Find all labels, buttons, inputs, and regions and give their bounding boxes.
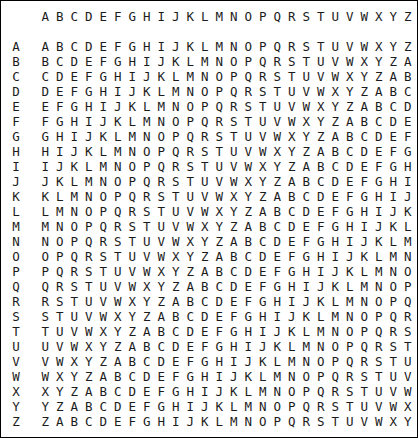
letter-cell: G [256,294,271,309]
letter-cell: H [53,129,68,144]
letter-cell: D [401,99,416,114]
letter-cell: M [386,249,401,264]
letter-cell: H [241,324,256,339]
letter-cell: O [256,414,271,429]
header-cell: M [212,9,227,24]
letter-cell: D [212,294,227,309]
letter-cell: V [96,294,111,309]
letter-cell: P [198,99,213,114]
letter-cell: X [386,414,401,429]
letter-cell: B [82,399,97,414]
letter-cell: U [285,84,300,99]
letter-cell: A [198,264,213,279]
header-cell: H [140,9,155,24]
letter-cell: V [53,339,68,354]
letter-cell: Z [285,159,300,174]
letter-cell: K [328,279,343,294]
letter-cell: W [386,399,401,414]
letter-cell: V [299,84,314,99]
letter-cell: V [401,369,416,384]
letter-cell: R [53,279,68,294]
letter-cell: N [125,144,140,159]
letter-cell: E [328,189,343,204]
letter-cell: S [241,99,256,114]
letter-cell: I [125,69,140,84]
letter-cell: I [343,234,358,249]
letter-cell: A [96,369,111,384]
letter-cell: Q [212,99,227,114]
letter-cell: O [212,69,227,84]
letter-cell: G [314,234,329,249]
letter-cell: J [372,219,387,234]
letter-cell: O [38,249,53,264]
header-cell: R [285,9,300,24]
letter-cell: R [82,249,97,264]
letter-cell: D [198,309,213,324]
letter-cell: R [241,84,256,99]
letter-cell: N [357,294,372,309]
letter-cell: U [67,309,82,324]
letter-cell: U [53,324,68,339]
letter-cell: A [125,339,140,354]
letter-cell: R [212,114,227,129]
row-label: K [8,189,24,204]
letter-cell: Q [372,324,387,339]
letter-cell: Z [256,189,271,204]
letter-cell: A [53,414,68,429]
letter-cell: R [299,414,314,429]
letter-cell: P [38,264,53,279]
letter-cell: Y [256,174,271,189]
letter-cell: E [357,159,372,174]
letter-cell: S [53,294,68,309]
letter-cell: T [53,309,68,324]
letter-cell: Q [96,219,111,234]
letter-cell: N [343,309,358,324]
letter-cell: Q [125,189,140,204]
letter-cell: C [328,159,343,174]
row-label: M [8,219,24,234]
letter-cell: G [227,324,242,339]
letter-cell: H [343,219,358,234]
letter-cell: P [372,309,387,324]
letter-cell: A [241,219,256,234]
letter-cell: D [169,339,184,354]
header-cell: Q [270,9,285,24]
letter-cell: A [372,84,387,99]
letter-cell: K [299,309,314,324]
letter-cell: R [198,129,213,144]
letter-cell: N [256,399,271,414]
letter-cell: P [270,414,285,429]
header-cell: B [53,9,68,24]
letter-cell: F [270,264,285,279]
letter-cell: D [53,69,68,84]
header-cell: K [183,9,198,24]
grid-row-B: BBCDEFGHIJKLMNOPQRSTUVWXYZA [8,54,417,69]
letter-cell: X [125,294,140,309]
letter-cell: Q [357,339,372,354]
letter-cell: D [270,234,285,249]
letter-cell: X [285,129,300,144]
letter-cell: V [227,159,242,174]
letter-cell: X [53,369,68,384]
letter-cell: J [270,324,285,339]
letter-cell: T [314,39,329,54]
row-label: L [8,204,24,219]
letter-cell: E [67,69,82,84]
letter-cell: T [386,354,401,369]
letter-cell: I [299,279,314,294]
letter-cell: W [241,159,256,174]
letter-cell: P [357,324,372,339]
letter-cell: Y [372,54,387,69]
letter-cell: I [53,144,68,159]
letter-cell: X [38,384,53,399]
letter-cell: G [183,369,198,384]
letter-cell: S [169,174,184,189]
letter-cell: T [401,339,416,354]
letter-cell: V [38,354,53,369]
letter-cell: D [154,354,169,369]
letter-cell: I [357,219,372,234]
letter-cell: S [285,54,300,69]
letter-cell: Q [270,39,285,54]
header-cell: O [241,9,256,24]
header-cell: A [38,9,53,24]
letter-cell: C [285,204,300,219]
letter-cell: E [38,99,53,114]
letter-cell: V [67,324,82,339]
letter-cell: R [328,384,343,399]
letter-cell: M [241,399,256,414]
letter-cell: N [372,279,387,294]
letter-cell: J [328,264,343,279]
letter-cell: A [386,69,401,84]
letter-cell: R [401,309,416,324]
letter-cell: J [285,309,300,324]
letter-cell: B [125,354,140,369]
letter-cell: F [125,414,140,429]
letter-cell: N [111,159,126,174]
grid-row-E: EEFGHIJKLMNOPQRSTUVWXYZABCD [8,99,417,114]
letter-cell: Q [343,354,358,369]
letter-cell: N [241,414,256,429]
letter-cell: O [285,384,300,399]
tabula-recta-grid: AABCDEFGHIJKLMNOPQRSTUVWXYZ AABCDEFGHIJK… [0,0,418,438]
letter-cell: Z [183,264,198,279]
letter-cell: J [67,144,82,159]
letter-cell: C [67,39,82,54]
letter-cell: W [67,339,82,354]
letter-cell: E [314,204,329,219]
letter-cell: W [183,219,198,234]
letter-cell: G [357,189,372,204]
letter-cell: V [343,39,358,54]
grid-row-R: RRSTUVWXYZABCDEFGHIJKLMNOPQ [8,294,417,309]
letter-cell: N [401,249,416,264]
letter-cell: K [82,144,97,159]
letter-cell: Y [285,144,300,159]
letter-cell: D [256,249,271,264]
letter-cell: N [154,114,169,129]
letter-cell: X [140,279,155,294]
letter-cell: T [372,369,387,384]
letter-cell: R [386,324,401,339]
letter-cell: A [357,99,372,114]
letter-cell: W [82,324,97,339]
letter-cell: P [183,114,198,129]
letter-cell: K [241,369,256,384]
letter-cell: G [96,69,111,84]
letter-cell: V [198,189,213,204]
letter-cell: S [386,339,401,354]
letter-cell: H [96,84,111,99]
letter-cell: Q [285,414,300,429]
letter-cell: Q [169,144,184,159]
letter-cell: V [328,54,343,69]
letter-cell: P [53,249,68,264]
letter-cell: L [67,174,82,189]
letter-cell: G [169,384,184,399]
letter-cell: Y [328,99,343,114]
letter-cell: U [256,114,271,129]
letter-cell: E [256,264,271,279]
letter-cell: W [357,39,372,54]
letter-cell: O [183,99,198,114]
letter-cell: W [154,249,169,264]
row-label: S [8,309,24,324]
letter-cell: P [314,369,329,384]
letter-cell: W [227,174,242,189]
letter-cell: G [285,264,300,279]
grid-row-F: FFGHIJKLMNOPQRSTUVWXYZABCDE [8,114,417,129]
letter-cell: G [82,84,97,99]
letter-cell: N [314,339,329,354]
letter-cell: M [154,99,169,114]
letter-cell: U [328,39,343,54]
letter-cell: T [169,189,184,204]
letter-cell: L [299,324,314,339]
letter-cell: O [314,354,329,369]
letter-cell: C [357,129,372,144]
letter-cell: W [96,309,111,324]
letter-cell: Q [299,399,314,414]
letter-cell: Z [82,369,97,384]
letter-cell: F [241,294,256,309]
letter-cell: D [285,219,300,234]
letter-cell: O [53,234,68,249]
row-label: C [8,69,24,84]
letter-cell: L [285,339,300,354]
letter-cell: L [328,294,343,309]
letter-cell: M [343,294,358,309]
letter-cell: X [111,309,126,324]
grid-body: AABCDEFGHIJKLMNOPQRSTUVWXYZBBCDEFGHIJKLM… [8,39,417,429]
letter-cell: J [357,234,372,249]
letter-cell: Q [82,234,97,249]
letter-cell: A [212,249,227,264]
letter-cell: F [169,369,184,384]
letter-cell: Y [357,69,372,84]
letter-cell: M [357,279,372,294]
letter-cell: S [299,39,314,54]
letter-cell: R [183,144,198,159]
letter-cell: J [38,174,53,189]
letter-cell: I [314,264,329,279]
letter-cell: Y [386,39,401,54]
letter-cell: Q [140,174,155,189]
letter-cell: U [198,174,213,189]
letter-cell: Z [53,399,68,414]
letter-cell: P [111,189,126,204]
letter-cell: K [212,399,227,414]
letter-cell: Y [111,324,126,339]
letter-cell: C [169,324,184,339]
letter-cell: S [314,414,329,429]
letter-cell: Z [241,204,256,219]
letter-cell: X [198,219,213,234]
letter-cell: U [241,129,256,144]
letter-cell: E [227,294,242,309]
letter-cell: N [299,354,314,369]
letter-cell: U [343,414,358,429]
letter-cell: S [372,354,387,369]
letter-cell: M [53,204,68,219]
letter-cell: K [53,174,68,189]
letter-cell: U [169,204,184,219]
letter-cell: N [227,39,242,54]
letter-cell: Z [401,39,416,54]
letter-cell: H [140,39,155,54]
letter-cell: I [285,294,300,309]
letter-cell: C [314,174,329,189]
row-label: I [8,159,24,174]
row-label: R [8,294,24,309]
letter-cell: S [154,189,169,204]
letter-cell: Q [328,369,343,384]
letter-cell: E [198,324,213,339]
letter-cell: K [198,414,213,429]
letter-cell: I [241,339,256,354]
row-label: B [8,54,24,69]
letter-cell: M [328,309,343,324]
letter-cell: K [357,249,372,264]
letter-cell: V [140,249,155,264]
letter-cell: F [401,129,416,144]
letter-cell: F [256,279,271,294]
letter-cell: Q [154,159,169,174]
letter-cell: Y [270,159,285,174]
letter-cell: M [285,354,300,369]
letter-cell: X [67,354,82,369]
letter-cell: F [314,219,329,234]
letter-cell: I [169,414,184,429]
letter-cell: P [299,384,314,399]
letter-cell: Y [314,114,329,129]
letter-cell: S [328,399,343,414]
letter-cell: F [212,324,227,339]
letter-cell: C [343,144,358,159]
letter-cell: E [270,249,285,264]
letter-cell: O [227,54,242,69]
letter-cell: E [111,414,126,429]
letter-cell: R [270,54,285,69]
letter-cell: S [140,204,155,219]
letter-cell: Z [212,234,227,249]
letter-cell: K [38,189,53,204]
letter-cell: H [212,354,227,369]
letter-cell: U [154,219,169,234]
letter-cell: F [328,204,343,219]
letter-cell: M [38,219,53,234]
letter-cell: A [285,174,300,189]
letter-cell: L [227,399,242,414]
letter-cell: B [67,414,82,429]
letter-cell: A [154,309,169,324]
letter-cell: I [82,114,97,129]
header-cell: Z [401,9,416,24]
letter-cell: L [111,129,126,144]
row-label: Y [8,399,24,414]
letter-cell: D [227,279,242,294]
letter-cell: M [227,414,242,429]
letter-cell: I [154,39,169,54]
letter-cell: O [140,144,155,159]
letter-cell: O [96,189,111,204]
letter-cell: O [154,129,169,144]
letter-cell: E [125,399,140,414]
letter-cell: X [96,324,111,339]
letter-cell: A [140,324,155,339]
letter-cell: I [111,84,126,99]
letter-cell: N [183,84,198,99]
letter-cell: X [241,174,256,189]
row-label: V [8,354,24,369]
letter-cell: C [386,99,401,114]
letter-cell: W [328,69,343,84]
letter-cell: V [357,414,372,429]
grid-row-N: NNOPQRSTUVWXYZABCDEFGHIJKLM [8,234,417,249]
letter-cell: A [328,129,343,144]
letter-cell: T [357,384,372,399]
letter-cell: U [227,144,242,159]
letter-cell: F [154,384,169,399]
header-cell: N [227,9,242,24]
letter-cell: Y [227,204,242,219]
letter-cell: K [256,354,271,369]
header-cell: T [314,9,329,24]
grid-row-Z: ZZABCDEFGHIJKLMNOPQRSTUVWXY [8,414,417,429]
letter-cell: L [256,369,271,384]
letter-cell: O [169,114,184,129]
letter-cell: L [386,234,401,249]
letter-cell: G [140,414,155,429]
letter-cell: K [140,84,155,99]
letter-cell: W [372,414,387,429]
letter-cell: H [328,234,343,249]
letter-cell: J [125,84,140,99]
letter-cell: N [169,99,184,114]
letter-cell: A [314,144,329,159]
letter-cell: P [256,39,271,54]
letter-cell: B [53,39,68,54]
header-cell: F [111,9,126,24]
letter-cell: R [227,99,242,114]
letter-cell: T [96,264,111,279]
letter-cell: T [183,174,198,189]
letter-cell: F [386,144,401,159]
